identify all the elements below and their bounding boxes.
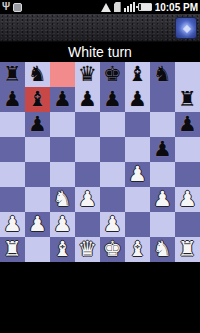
square-h1-wr[interactable]: ♜ (175, 237, 200, 262)
square-b3[interactable] (25, 187, 50, 212)
battery-icon (138, 3, 152, 11)
square-h2[interactable] (175, 212, 200, 237)
square-f4-wp[interactable]: ♟ (125, 162, 150, 187)
square-c8[interactable] (50, 62, 75, 87)
square-d6[interactable] (75, 112, 100, 137)
square-c3-wn[interactable]: ♞ (50, 187, 75, 212)
notification-icon (13, 3, 22, 12)
square-e8-bk[interactable]: ♚ (100, 62, 125, 87)
square-b7-bb[interactable]: ♝ (25, 87, 50, 112)
square-e5[interactable] (100, 137, 125, 162)
sparkle-icon (183, 25, 191, 33)
square-g6[interactable] (150, 112, 175, 137)
square-e6[interactable] (100, 112, 125, 137)
square-f7-bp[interactable]: ♟ (125, 87, 150, 112)
sdcard-icon (114, 2, 121, 12)
square-h7-br[interactable]: ♜ (175, 87, 200, 112)
square-c4[interactable] (50, 162, 75, 187)
square-f1-wb[interactable]: ♝ (125, 237, 150, 262)
square-c6[interactable] (50, 112, 75, 137)
square-e2-wp[interactable]: ♟ (100, 212, 125, 237)
phone-screen: Ψ 10:05 PM White turn ♜♞♛♚♝♞♟♝♟♟♟♟♜♟♟♟♟♞… (0, 0, 200, 333)
app-title-bar (0, 14, 200, 42)
square-b1[interactable] (25, 237, 50, 262)
status-bar-left: Ψ (2, 2, 22, 12)
board: ♜♞♛♚♝♞♟♝♟♟♟♟♜♟♟♟♟♞♟♟♟♟♟♟♟♜♝♛♚♝♞♜ (0, 62, 200, 262)
square-a1-wr[interactable]: ♜ (0, 237, 25, 262)
usb-icon: Ψ (2, 2, 10, 12)
square-d1-wq[interactable]: ♛ (75, 237, 100, 262)
square-g5-bp[interactable]: ♟ (150, 137, 175, 162)
turn-indicator: White turn (0, 42, 200, 62)
square-b8-bn[interactable]: ♞ (25, 62, 50, 87)
square-f8-bb[interactable]: ♝ (125, 62, 150, 87)
square-c5[interactable] (50, 137, 75, 162)
status-bar-right: 10:05 PM (101, 2, 198, 13)
square-a3[interactable] (0, 187, 25, 212)
square-a4[interactable] (0, 162, 25, 187)
square-g3-wp[interactable]: ♟ (150, 187, 175, 212)
square-b5[interactable] (25, 137, 50, 162)
square-g1-wn[interactable]: ♞ (150, 237, 175, 262)
square-e7-bp[interactable]: ♟ (100, 87, 125, 112)
square-b4[interactable] (25, 162, 50, 187)
square-d2[interactable] (75, 212, 100, 237)
square-f6[interactable] (125, 112, 150, 137)
square-e4[interactable] (100, 162, 125, 187)
square-a2-wp[interactable]: ♟ (0, 212, 25, 237)
square-h4[interactable] (175, 162, 200, 187)
square-d8-bq[interactable]: ♛ (75, 62, 100, 87)
chess-app-icon[interactable] (175, 17, 197, 39)
square-a7-bp[interactable]: ♟ (0, 87, 25, 112)
square-f2[interactable] (125, 212, 150, 237)
square-b2-wp[interactable]: ♟ (25, 212, 50, 237)
wifi-icon (101, 3, 111, 12)
square-a6[interactable] (0, 112, 25, 137)
square-e3[interactable] (100, 187, 125, 212)
square-h5[interactable] (175, 137, 200, 162)
square-c2-wp[interactable]: ♟ (50, 212, 75, 237)
square-a5[interactable] (0, 137, 25, 162)
square-g7[interactable] (150, 87, 175, 112)
turn-text: White turn (68, 44, 132, 60)
square-a8-br[interactable]: ♜ (0, 62, 25, 87)
square-g8-bn[interactable]: ♞ (150, 62, 175, 87)
signal-icon (124, 2, 135, 12)
square-c7-bp[interactable]: ♟ (50, 87, 75, 112)
square-h3-wp[interactable]: ♟ (175, 187, 200, 212)
square-d3-wp[interactable]: ♟ (75, 187, 100, 212)
square-f5[interactable] (125, 137, 150, 162)
square-h6-bp[interactable]: ♟ (175, 112, 200, 137)
square-d7-bp[interactable]: ♟ (75, 87, 100, 112)
bottom-area (0, 262, 200, 333)
square-f3[interactable] (125, 187, 150, 212)
square-b6-bp[interactable]: ♟ (25, 112, 50, 137)
square-g4[interactable] (150, 162, 175, 187)
square-d5[interactable] (75, 137, 100, 162)
status-bar: Ψ 10:05 PM (0, 0, 200, 14)
status-time: 10:05 PM (155, 2, 198, 13)
square-d4[interactable] (75, 162, 100, 187)
square-e1-wk[interactable]: ♚ (100, 237, 125, 262)
square-g2[interactable] (150, 212, 175, 237)
square-h8[interactable] (175, 62, 200, 87)
square-c1-wb[interactable]: ♝ (50, 237, 75, 262)
